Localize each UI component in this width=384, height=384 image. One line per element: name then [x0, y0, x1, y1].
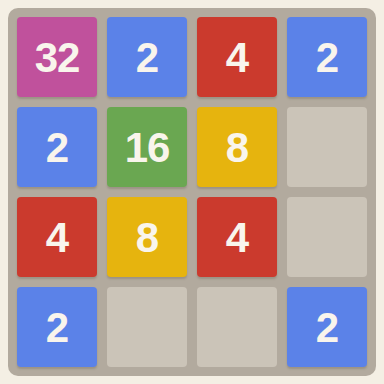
tile-value: 2 [46, 305, 68, 349]
tile-value: 2 [316, 305, 338, 349]
cell-r0c0: 32 [17, 17, 97, 97]
cell-r1c1: 16 [107, 107, 187, 187]
cell-r0c3: 2 [287, 17, 367, 97]
tile-value: 2 [136, 35, 158, 79]
cell-r1c3 [287, 107, 367, 187]
cell-r2c1: 8 [107, 197, 187, 277]
cell-r1c2: 8 [197, 107, 277, 187]
cell-r2c2: 4 [197, 197, 277, 277]
tile-value: 2 [316, 35, 338, 79]
cell-r3c2 [197, 287, 277, 367]
cell-r3c3: 2 [287, 287, 367, 367]
tile-value: 2 [46, 125, 68, 169]
cell-r0c1: 2 [107, 17, 187, 97]
game-2048-screen: 32 2 4 2 2 16 8 4 8 4 2 2 [0, 0, 384, 384]
cell-r0c2: 4 [197, 17, 277, 97]
tile-value: 16 [125, 125, 170, 169]
tile-value: 8 [226, 125, 248, 169]
tile-value: 32 [35, 35, 80, 79]
cell-r2c0: 4 [17, 197, 97, 277]
tile-value: 4 [226, 35, 248, 79]
tile-value: 4 [46, 215, 68, 259]
cell-r3c1 [107, 287, 187, 367]
board-2048[interactable]: 32 2 4 2 2 16 8 4 8 4 2 2 [8, 8, 376, 376]
tile-value: 4 [226, 215, 248, 259]
cell-r1c0: 2 [17, 107, 97, 187]
tile-value: 8 [136, 215, 158, 259]
cell-r3c0: 2 [17, 287, 97, 367]
cell-r2c3 [287, 197, 367, 277]
